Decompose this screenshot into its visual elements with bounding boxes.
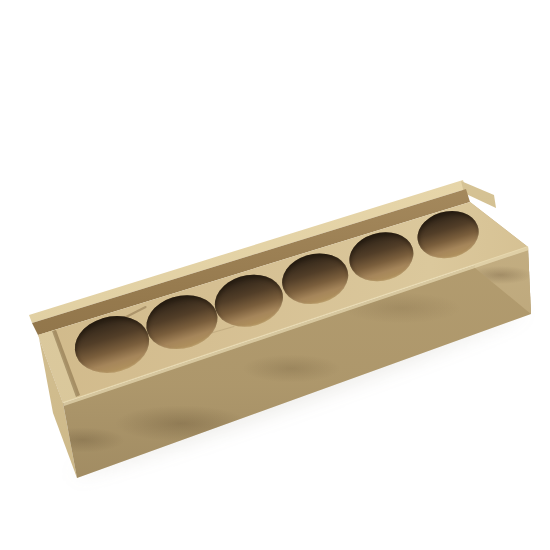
photo-backdrop: [0, 0, 550, 550]
